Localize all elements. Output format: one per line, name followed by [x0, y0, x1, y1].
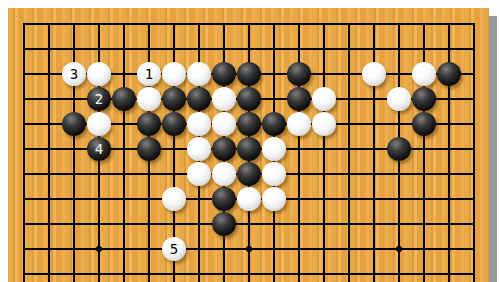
black-stone[interactable]: [162, 112, 186, 136]
grid-line-horizontal: [23, 273, 475, 275]
black-stone[interactable]: [112, 87, 136, 111]
stone-move-number: 2: [87, 87, 111, 111]
black-stone[interactable]: [137, 112, 161, 136]
black-stone[interactable]: [237, 112, 261, 136]
white-stone[interactable]: [212, 162, 236, 186]
black-stone[interactable]: [412, 87, 436, 111]
grid-line-vertical: [323, 23, 325, 282]
stone-move-number: 3: [62, 62, 86, 86]
black-stone[interactable]: [212, 212, 236, 236]
white-stone[interactable]: [312, 87, 336, 111]
white-stone[interactable]: [412, 62, 436, 86]
white-stone[interactable]: [387, 87, 411, 111]
white-stone[interactable]: [262, 162, 286, 186]
white-stone[interactable]: [187, 137, 211, 161]
white-stone-move-5[interactable]: 5: [162, 237, 186, 261]
white-stone[interactable]: [187, 112, 211, 136]
stone-move-number: 5: [162, 237, 186, 261]
grid-line-vertical: [23, 23, 25, 282]
white-stone[interactable]: [237, 187, 261, 211]
black-stone[interactable]: [287, 62, 311, 86]
go-diagram-page: 31245: [0, 0, 500, 282]
black-stone[interactable]: [237, 62, 261, 86]
black-stone[interactable]: [162, 87, 186, 111]
white-stone[interactable]: [262, 187, 286, 211]
black-stone[interactable]: [387, 137, 411, 161]
black-stone-move-4[interactable]: 4: [87, 137, 111, 161]
stone-move-number: 4: [87, 137, 111, 161]
white-stone[interactable]: [212, 112, 236, 136]
grid-line-horizontal: [23, 223, 475, 225]
white-stone[interactable]: [137, 87, 161, 111]
white-stone[interactable]: [162, 62, 186, 86]
black-stone[interactable]: [62, 112, 86, 136]
black-stone[interactable]: [212, 62, 236, 86]
black-stone[interactable]: [212, 137, 236, 161]
grid-line-vertical: [48, 23, 50, 282]
white-stone[interactable]: [212, 87, 236, 111]
white-stone[interactable]: [162, 187, 186, 211]
black-stone[interactable]: [187, 87, 211, 111]
white-stone[interactable]: [362, 62, 386, 86]
white-stone[interactable]: [187, 62, 211, 86]
white-stone[interactable]: [262, 137, 286, 161]
white-stone-move-1[interactable]: 1: [137, 62, 161, 86]
black-stone[interactable]: [137, 137, 161, 161]
black-stone[interactable]: [412, 112, 436, 136]
black-stone[interactable]: [437, 62, 461, 86]
white-stone[interactable]: [312, 112, 336, 136]
board-drop-shadow: [489, 16, 497, 282]
grid-line-vertical: [123, 23, 125, 282]
white-stone[interactable]: [187, 162, 211, 186]
black-stone[interactable]: [212, 187, 236, 211]
white-stone-move-3[interactable]: 3: [62, 62, 86, 86]
black-stone[interactable]: [237, 87, 261, 111]
black-stone[interactable]: [287, 87, 311, 111]
white-stone[interactable]: [87, 112, 111, 136]
grid-line-horizontal: [23, 48, 475, 50]
black-stone[interactable]: [237, 162, 261, 186]
grid-line-vertical: [348, 23, 350, 282]
grid-line-vertical: [473, 23, 475, 282]
stone-move-number: 1: [137, 62, 161, 86]
grid-line-horizontal: [23, 23, 475, 25]
black-stone[interactable]: [262, 112, 286, 136]
black-stone[interactable]: [237, 137, 261, 161]
white-stone[interactable]: [287, 112, 311, 136]
white-stone[interactable]: [87, 62, 111, 86]
black-stone-move-2[interactable]: 2: [87, 87, 111, 111]
